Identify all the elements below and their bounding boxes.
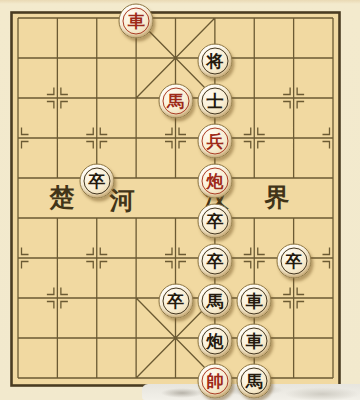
piece-black-soldier-e[interactable]: 卒 (158, 284, 193, 319)
piece-black-chariot-b[interactable]: 車 (237, 324, 272, 359)
black-soldier-a-glyph: 卒 (83, 168, 110, 195)
piece-red-cannon[interactable]: 炮 (197, 164, 232, 199)
piece-red-chariot[interactable]: 車 (119, 4, 154, 39)
red-horse-glyph: 馬 (162, 88, 189, 115)
black-cannon-glyph: 炮 (201, 328, 228, 355)
piece-black-chariot-a[interactable]: 車 (237, 284, 272, 319)
black-chariot-a-glyph: 車 (241, 288, 268, 315)
piece-black-horse-b[interactable]: 馬 (237, 364, 272, 399)
black-advisor-glyph: 士 (201, 88, 228, 115)
black-soldier-d-glyph: 卒 (280, 248, 307, 275)
piece-black-soldier-d[interactable]: 卒 (276, 244, 311, 279)
piece-red-general[interactable]: 帥 (197, 364, 232, 399)
piece-black-soldier-c[interactable]: 卒 (197, 244, 232, 279)
xiangqi-board: 楚 河 汉 界 車将馬士兵炮卒卒卒卒卒馬車炮車帥馬 (0, 0, 360, 400)
black-general-glyph: 将 (201, 48, 228, 75)
piece-black-general[interactable]: 将 (197, 44, 232, 79)
black-soldier-e-glyph: 卒 (162, 288, 189, 315)
piece-black-soldier-b[interactable]: 卒 (197, 204, 232, 239)
black-horse-b-glyph: 馬 (241, 368, 268, 395)
red-soldier-glyph: 兵 (201, 128, 228, 155)
red-chariot-glyph: 車 (123, 8, 150, 35)
piece-black-advisor[interactable]: 士 (197, 84, 232, 119)
black-soldier-c-glyph: 卒 (201, 248, 228, 275)
pieces-layer: 車将馬士兵炮卒卒卒卒卒馬車炮車帥馬 (0, 0, 360, 400)
piece-black-cannon[interactable]: 炮 (197, 324, 232, 359)
piece-red-horse[interactable]: 馬 (158, 84, 193, 119)
black-chariot-b-glyph: 車 (241, 328, 268, 355)
piece-red-soldier[interactable]: 兵 (197, 124, 232, 159)
black-soldier-b-glyph: 卒 (201, 208, 228, 235)
black-horse-a-glyph: 馬 (201, 288, 228, 315)
red-general-glyph: 帥 (201, 368, 228, 395)
piece-black-soldier-a[interactable]: 卒 (79, 164, 114, 199)
red-cannon-glyph: 炮 (201, 168, 228, 195)
piece-black-horse-a[interactable]: 馬 (197, 284, 232, 319)
